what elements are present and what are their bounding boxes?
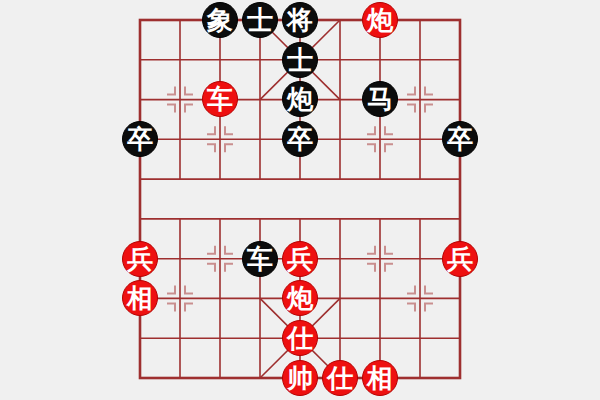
piece-red-cannon[interactable]: 炮 bbox=[362, 2, 398, 38]
piece-red-soldier[interactable]: 兵 bbox=[442, 241, 478, 277]
piece-black-advisor[interactable]: 士 bbox=[282, 42, 318, 78]
piece-black-horse[interactable]: 马 bbox=[362, 81, 398, 117]
xiangqi-board[interactable]: 象士将炮士车炮马卒卒卒兵车兵兵相炮仕帅仕相 bbox=[0, 0, 600, 400]
piece-black-cannon[interactable]: 炮 bbox=[282, 81, 318, 117]
piece-red-cannon[interactable]: 炮 bbox=[282, 280, 318, 316]
piece-red-soldier[interactable]: 兵 bbox=[122, 241, 158, 277]
piece-red-elephant[interactable]: 相 bbox=[362, 360, 398, 396]
piece-black-soldier[interactable]: 卒 bbox=[442, 121, 478, 157]
piece-red-general[interactable]: 帅 bbox=[282, 360, 318, 396]
piece-red-chariot[interactable]: 车 bbox=[202, 81, 238, 117]
piece-black-advisor[interactable]: 士 bbox=[242, 2, 278, 38]
piece-red-advisor[interactable]: 仕 bbox=[322, 360, 358, 396]
piece-red-soldier[interactable]: 兵 bbox=[282, 241, 318, 277]
board-grid[interactable]: 象士将炮士车炮马卒卒卒兵车兵兵相炮仕帅仕相 bbox=[120, 0, 480, 398]
piece-black-soldier[interactable]: 卒 bbox=[122, 121, 158, 157]
piece-black-elephant[interactable]: 象 bbox=[202, 2, 238, 38]
piece-black-general[interactable]: 将 bbox=[282, 2, 318, 38]
piece-red-advisor[interactable]: 仕 bbox=[282, 320, 318, 356]
piece-black-chariot[interactable]: 车 bbox=[242, 241, 278, 277]
piece-black-soldier[interactable]: 卒 bbox=[282, 121, 318, 157]
piece-red-elephant[interactable]: 相 bbox=[122, 280, 158, 316]
